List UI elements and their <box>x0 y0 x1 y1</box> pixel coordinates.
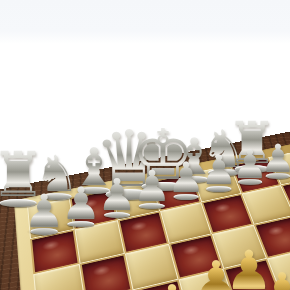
silver-piece-glyph: ♟ <box>97 173 136 217</box>
silver-piece-glyph: ♟ <box>261 139 290 178</box>
silver-piece-glyph: ♟ <box>23 188 64 234</box>
silver-piece-glyph: ♟ <box>133 165 172 208</box>
chess-piece-g2: ♟ <box>259 266 290 290</box>
silver-piece-glyph: ♟ <box>61 181 101 226</box>
chess-piece-b7: ♟ <box>61 181 101 226</box>
chess-piece-a7: ♟ <box>23 188 64 234</box>
chess-piece-h7: ♟ <box>261 139 290 178</box>
chess-set-photo: ♜♞♝♛♚♝♞♜♟♟♟♟♟♟♟♟♟♟♟♟ <box>0 0 290 290</box>
chess-piece-d2: ♟ <box>149 278 196 290</box>
pieces-layer: ♜♞♝♛♚♝♞♜♟♟♟♟♟♟♟♟♟♟♟♟ <box>0 0 290 290</box>
chess-piece-d7: ♟ <box>133 165 172 208</box>
chess-piece-e7: ♟ <box>167 157 205 199</box>
chess-piece-c7: ♟ <box>97 173 136 217</box>
gold-piece-glyph: ♟ <box>149 278 196 290</box>
gold-piece-glyph: ♟ <box>259 266 290 290</box>
silver-piece-glyph: ♟ <box>167 157 205 199</box>
